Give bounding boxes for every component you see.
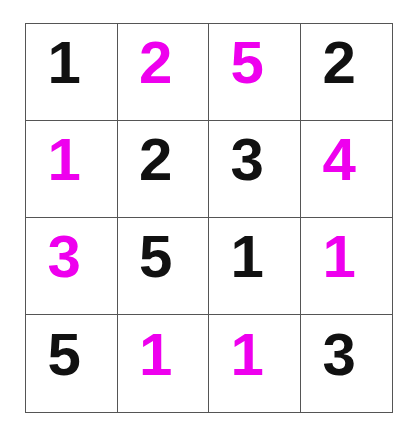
cell-r2c4[interactable]: 4 <box>301 121 393 218</box>
cell-r3c4[interactable]: 1 <box>301 218 393 315</box>
cell-value: 4 <box>323 130 356 190</box>
cell-r1c1[interactable]: 1 <box>26 24 118 121</box>
cell-r1c2[interactable]: 2 <box>118 24 210 121</box>
cell-value: 1 <box>231 227 264 287</box>
cell-r1c4[interactable]: 2 <box>301 24 393 121</box>
cell-value: 1 <box>231 325 264 385</box>
cell-r4c3[interactable]: 1 <box>209 315 301 412</box>
cell-r1c3[interactable]: 5 <box>209 24 301 121</box>
cell-value: 2 <box>139 130 172 190</box>
cell-value: 1 <box>323 227 356 287</box>
cell-r3c2[interactable]: 5 <box>118 218 210 315</box>
cell-r3c3[interactable]: 1 <box>209 218 301 315</box>
cell-r4c2[interactable]: 1 <box>118 315 210 412</box>
cell-r2c3[interactable]: 3 <box>209 121 301 218</box>
puzzle-board: 1 2 5 2 1 2 3 4 3 5 1 1 5 1 1 3 <box>25 23 393 413</box>
cell-r2c2[interactable]: 2 <box>118 121 210 218</box>
cell-value: 3 <box>48 227 81 287</box>
cell-value: 2 <box>139 33 172 93</box>
cell-value: 1 <box>48 130 81 190</box>
cell-value: 5 <box>231 33 264 93</box>
cell-r3c1[interactable]: 3 <box>26 218 118 315</box>
cell-value: 2 <box>323 33 356 93</box>
cell-value: 3 <box>323 325 356 385</box>
cell-value: 1 <box>139 325 172 385</box>
cell-r2c1[interactable]: 1 <box>26 121 118 218</box>
cell-value: 3 <box>231 130 264 190</box>
cell-r4c1[interactable]: 5 <box>26 315 118 412</box>
cell-r4c4[interactable]: 3 <box>301 315 393 412</box>
cell-value: 5 <box>139 227 172 287</box>
cell-value: 5 <box>48 325 81 385</box>
cell-value: 1 <box>48 33 81 93</box>
